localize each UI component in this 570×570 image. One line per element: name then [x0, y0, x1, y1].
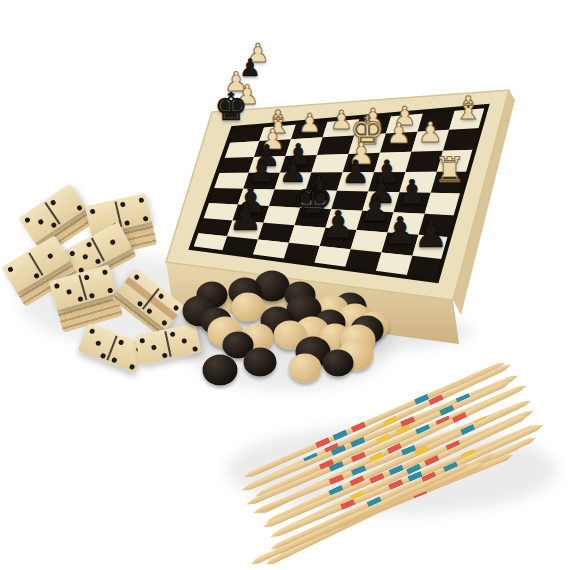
square-d4: [300, 190, 337, 209]
square-e3: [326, 209, 363, 230]
mikado-shadow: [227, 425, 557, 515]
square-b6: [249, 156, 286, 173]
square-c7: [286, 137, 323, 156]
square-c4: [269, 189, 306, 207]
square-g4: [394, 192, 431, 214]
square-e6: [343, 153, 380, 172]
square-f4: [362, 191, 399, 212]
square-g3: [388, 212, 425, 235]
square-e5: [337, 172, 374, 191]
square-e4: [331, 191, 368, 211]
square-c5: [275, 172, 312, 190]
square-f2: [351, 230, 388, 253]
game-set-photo: ♟♟♟♟♝♚♟♟♟♟♝♟♟♚♟♟♟♟♟♟♟♟♜♟♟♟♟♚♟♟♟♟♟: [0, 0, 570, 570]
square-d5: [306, 172, 343, 190]
square-g6: [406, 151, 444, 172]
square-c3: [264, 206, 301, 225]
square-g7: [412, 130, 450, 152]
square-d7: [317, 135, 354, 154]
square-e7: [349, 134, 386, 154]
square-d2: [289, 225, 326, 246]
square-g5: [400, 172, 437, 193]
square-c6: [280, 155, 317, 173]
square-e2: [320, 228, 357, 250]
square-f3: [357, 211, 394, 233]
square-b3: [233, 205, 270, 223]
square-g2: [382, 232, 419, 255]
square-d3: [295, 208, 332, 228]
square-b5: [243, 173, 280, 190]
square-b2: [227, 220, 263, 239]
square-d6: [311, 154, 348, 173]
square-b4: [238, 189, 275, 206]
square-b7: [254, 139, 291, 157]
square-f5: [368, 172, 405, 192]
square-f6: [374, 152, 411, 172]
chess-board: [0, 0, 570, 570]
square-c2: [258, 223, 295, 243]
square-f7: [380, 132, 418, 153]
